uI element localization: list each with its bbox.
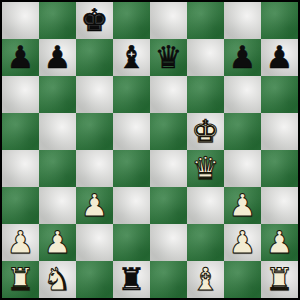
square-b2[interactable]: ♟ [39, 224, 76, 261]
square-d7[interactable]: ♝ [113, 39, 150, 76]
white-queen-f4[interactable]: ♛ [187, 150, 224, 187]
square-f8[interactable] [187, 2, 224, 39]
square-c6[interactable] [76, 76, 113, 113]
square-g3[interactable]: ♟ [224, 187, 261, 224]
square-f4[interactable]: ♛ [187, 150, 224, 187]
square-f7[interactable] [187, 39, 224, 76]
white-bishop-f1[interactable]: ♝ [187, 261, 224, 298]
square-c2[interactable] [76, 224, 113, 261]
square-d5[interactable] [113, 113, 150, 150]
square-f5[interactable]: ♚ [187, 113, 224, 150]
square-f3[interactable] [187, 187, 224, 224]
square-f6[interactable] [187, 76, 224, 113]
square-g2[interactable]: ♟ [224, 224, 261, 261]
square-g8[interactable] [224, 2, 261, 39]
square-d1[interactable]: ♜ [113, 261, 150, 298]
square-b7[interactable]: ♟ [39, 39, 76, 76]
square-g7[interactable]: ♟ [224, 39, 261, 76]
white-king-f5[interactable]: ♚ [187, 113, 224, 150]
square-f1[interactable]: ♝ [187, 261, 224, 298]
square-b3[interactable] [39, 187, 76, 224]
square-a1[interactable]: ♜ [2, 261, 39, 298]
square-c1[interactable] [76, 261, 113, 298]
black-pawn-h7[interactable]: ♟ [261, 39, 298, 76]
square-e8[interactable] [150, 2, 187, 39]
square-h3[interactable] [261, 187, 298, 224]
white-pawn-g3[interactable]: ♟ [224, 187, 261, 224]
white-rook-h1[interactable]: ♜ [261, 261, 298, 298]
square-d3[interactable] [113, 187, 150, 224]
square-a5[interactable] [2, 113, 39, 150]
square-c8[interactable]: ♚ [76, 2, 113, 39]
white-rook-a1[interactable]: ♜ [2, 261, 39, 298]
black-rook-d1[interactable]: ♜ [113, 261, 150, 298]
square-f2[interactable] [187, 224, 224, 261]
chess-board: ♚♟♟♝♛♟♟♚♛♟♟♟♟♟♟♜♞♜♝♜ [0, 0, 300, 300]
square-e1[interactable] [150, 261, 187, 298]
black-king-c8[interactable]: ♚ [76, 2, 113, 39]
white-pawn-g2[interactable]: ♟ [224, 224, 261, 261]
black-bishop-d7[interactable]: ♝ [113, 39, 150, 76]
black-queen-e7[interactable]: ♛ [150, 39, 187, 76]
square-e6[interactable] [150, 76, 187, 113]
square-a7[interactable]: ♟ [2, 39, 39, 76]
square-b8[interactable] [39, 2, 76, 39]
square-h5[interactable] [261, 113, 298, 150]
white-pawn-a2[interactable]: ♟ [2, 224, 39, 261]
square-d2[interactable] [113, 224, 150, 261]
square-b6[interactable] [39, 76, 76, 113]
white-knight-b1[interactable]: ♞ [39, 261, 76, 298]
square-b4[interactable] [39, 150, 76, 187]
square-e5[interactable] [150, 113, 187, 150]
square-a3[interactable] [2, 187, 39, 224]
square-a8[interactable] [2, 2, 39, 39]
white-pawn-h2[interactable]: ♟ [261, 224, 298, 261]
square-g1[interactable] [224, 261, 261, 298]
square-a2[interactable]: ♟ [2, 224, 39, 261]
square-h8[interactable] [261, 2, 298, 39]
square-c7[interactable] [76, 39, 113, 76]
square-e7[interactable]: ♛ [150, 39, 187, 76]
square-c3[interactable]: ♟ [76, 187, 113, 224]
white-pawn-b2[interactable]: ♟ [39, 224, 76, 261]
square-h2[interactable]: ♟ [261, 224, 298, 261]
black-pawn-b7[interactable]: ♟ [39, 39, 76, 76]
square-g5[interactable] [224, 113, 261, 150]
square-g4[interactable] [224, 150, 261, 187]
square-e3[interactable] [150, 187, 187, 224]
square-h7[interactable]: ♟ [261, 39, 298, 76]
square-a4[interactable] [2, 150, 39, 187]
square-c4[interactable] [76, 150, 113, 187]
square-g6[interactable] [224, 76, 261, 113]
square-e4[interactable] [150, 150, 187, 187]
white-pawn-c3[interactable]: ♟ [76, 187, 113, 224]
square-b1[interactable]: ♞ [39, 261, 76, 298]
square-d6[interactable] [113, 76, 150, 113]
square-h6[interactable] [261, 76, 298, 113]
square-b5[interactable] [39, 113, 76, 150]
black-pawn-a7[interactable]: ♟ [2, 39, 39, 76]
square-h4[interactable] [261, 150, 298, 187]
square-d4[interactable] [113, 150, 150, 187]
square-c5[interactable] [76, 113, 113, 150]
square-a6[interactable] [2, 76, 39, 113]
square-h1[interactable]: ♜ [261, 261, 298, 298]
square-e2[interactable] [150, 224, 187, 261]
black-pawn-g7[interactable]: ♟ [224, 39, 261, 76]
square-d8[interactable] [113, 2, 150, 39]
